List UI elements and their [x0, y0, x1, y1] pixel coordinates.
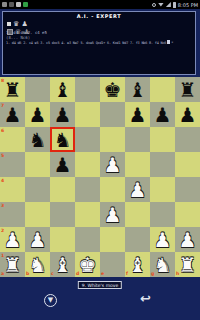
black-bishop: ♝ — [129, 80, 147, 100]
white-captured-pieces: ♛ ♟ — [13, 21, 28, 28]
square-c7[interactable]: ♟ — [50, 102, 75, 127]
wifi-icon — [158, 3, 164, 7]
square-f6[interactable] — [125, 127, 150, 152]
square-b6[interactable]: ♞ — [25, 127, 50, 152]
white-pawn: ♟ — [179, 230, 197, 250]
square-g7[interactable]: ♟ — [150, 102, 175, 127]
battery-icon — [173, 2, 176, 8]
game-info-panel: A.I. - EXPERT ♛ ♟ ♛ ♟ 1. d4 d6 2. c4 e5 … — [2, 11, 196, 75]
square-b5[interactable] — [25, 152, 50, 177]
rank-label-4: 4 — [1, 178, 4, 183]
square-f4[interactable]: ♟ — [125, 177, 150, 202]
white-pawn: ♟ — [104, 155, 122, 175]
square-h3[interactable] — [175, 202, 200, 227]
black-pawn: ♟ — [129, 105, 147, 125]
square-b7[interactable]: ♟ — [25, 102, 50, 127]
rank-label-1: 1 — [1, 253, 4, 258]
signal-icon — [166, 2, 171, 7]
white-bishop: ♝ — [129, 255, 147, 275]
pgn-result: * — [171, 41, 173, 45]
chess-board: ♜♝♚♝♜♟♟♟♟♟♟♞♞♟♟♟♟♟♟♟♟♜♞♝♚♝♞♜ 87654321abc… — [0, 77, 200, 277]
black-rook: ♜ — [179, 80, 197, 100]
square-e5[interactable]: ♟ — [100, 152, 125, 177]
white-knight: ♞ — [29, 255, 47, 275]
square-g5[interactable] — [150, 152, 175, 177]
undo-button[interactable]: ↩ — [140, 292, 151, 305]
move-list: 1. d4 d6 2. c4 e5 (8... Nc6) 1. d4 d6 2.… — [6, 31, 194, 45]
gallery-icon — [2, 2, 7, 7]
square-f1[interactable]: ♝ — [125, 252, 150, 277]
square-e2[interactable] — [100, 227, 125, 252]
black-pawn: ♟ — [29, 105, 47, 125]
square-h4[interactable] — [175, 177, 200, 202]
black-bishop: ♝ — [54, 80, 72, 100]
collapse-button[interactable]: ▼ — [44, 294, 57, 307]
android-status-bar: 8:05 PM — [0, 0, 200, 9]
black-rook: ♜ — [4, 80, 22, 100]
file-label-a: a — [1, 271, 4, 276]
file-label-b: b — [26, 271, 29, 276]
square-h7[interactable]: ♟ — [175, 102, 200, 127]
square-b3[interactable] — [25, 202, 50, 227]
square-e7[interactable] — [100, 102, 125, 127]
move-list-line-3: 1. d4 d6 2. c4 e5 3. c5 dxc5 4. e3 Ne7 5… — [6, 40, 194, 45]
black-knight: ♞ — [54, 130, 72, 150]
black-pawn: ♟ — [54, 105, 72, 125]
square-d6[interactable] — [75, 127, 100, 152]
black-pawn: ♟ — [54, 155, 72, 175]
rank-label-8: 8 — [1, 78, 4, 83]
square-h5[interactable] — [175, 152, 200, 177]
black-pawn: ♟ — [4, 105, 22, 125]
square-d2[interactable] — [75, 227, 100, 252]
white-pawn: ♟ — [129, 180, 147, 200]
alarm-icon — [152, 3, 156, 7]
file-label-h: h — [176, 271, 179, 276]
white-pawn: ♟ — [154, 230, 172, 250]
square-b8[interactable] — [25, 77, 50, 102]
file-label-e: e — [101, 271, 104, 276]
system-status-icons: 8:05 PM — [152, 2, 198, 8]
white-pawn: ♟ — [4, 230, 22, 250]
rank-label-7: 7 — [1, 103, 4, 108]
square-h2[interactable]: ♟ — [175, 227, 200, 252]
square-g8[interactable] — [150, 77, 175, 102]
square-c5[interactable]: ♟ — [50, 152, 75, 177]
playstore-icon — [23, 2, 28, 7]
text-cursor — [167, 40, 170, 44]
move-status-box: 9. White's move — [78, 281, 122, 289]
file-label-d: d — [76, 271, 79, 276]
rank-label-2: 2 — [1, 228, 4, 233]
square-h8[interactable]: ♜ — [175, 77, 200, 102]
square-f2[interactable] — [125, 227, 150, 252]
chess-app-screen: 8:05 PM A.I. - EXPERT ♛ ♟ ♛ ♟ 1. d4 d6 2… — [0, 0, 200, 320]
square-c8[interactable]: ♝ — [50, 77, 75, 102]
square-f7[interactable]: ♟ — [125, 102, 150, 127]
pgn-text: 1. d4 d6 2. c4 e5 3. c5 dxc5 4. e3 Ne7 5… — [6, 41, 166, 45]
square-b2[interactable]: ♟ — [25, 227, 50, 252]
black-pawn: ♟ — [179, 105, 197, 125]
chevron-down-icon: ▼ — [48, 297, 53, 304]
square-c6[interactable]: ♞ — [50, 127, 75, 152]
square-e3[interactable]: ♟ — [100, 202, 125, 227]
square-d8[interactable] — [75, 77, 100, 102]
square-e8[interactable]: ♚ — [100, 77, 125, 102]
chess-board-grid: ♜♝♚♝♜♟♟♟♟♟♟♞♞♟♟♟♟♟♟♟♟♜♞♝♚♝♞♜ — [0, 77, 200, 277]
white-rook: ♜ — [179, 255, 197, 275]
screenshot-icon — [16, 2, 21, 7]
undo-arrow-icon: ↩ — [140, 291, 151, 306]
square-e6[interactable] — [100, 127, 125, 152]
black-pawn: ♟ — [154, 105, 172, 125]
square-c2[interactable] — [50, 227, 75, 252]
square-g2[interactable]: ♟ — [150, 227, 175, 252]
square-e4[interactable] — [100, 177, 125, 202]
white-bishop: ♝ — [54, 255, 72, 275]
square-f3[interactable] — [125, 202, 150, 227]
clock-text: 8:05 PM — [178, 2, 198, 8]
white-rook: ♜ — [4, 255, 22, 275]
white-knight: ♞ — [154, 255, 172, 275]
square-f8[interactable]: ♝ — [125, 77, 150, 102]
white-pawn: ♟ — [104, 205, 122, 225]
rank-label-5: 5 — [1, 153, 4, 158]
square-d7[interactable] — [75, 102, 100, 127]
square-g4[interactable] — [150, 177, 175, 202]
square-h6[interactable] — [175, 127, 200, 152]
square-g3[interactable] — [150, 202, 175, 227]
download-icon — [9, 2, 14, 7]
notification-icons — [2, 2, 28, 7]
square-g6[interactable] — [150, 127, 175, 152]
square-d4[interactable] — [75, 177, 100, 202]
square-f5[interactable] — [125, 152, 150, 177]
file-label-f: f — [126, 271, 128, 276]
white-captured-row: ♛ ♟ — [7, 20, 30, 28]
square-c4[interactable] — [50, 177, 75, 202]
square-c3[interactable] — [50, 202, 75, 227]
square-b4[interactable] — [25, 177, 50, 202]
square-d3[interactable] — [75, 202, 100, 227]
game-mode-title: A.I. - EXPERT — [3, 13, 195, 19]
white-pawn: ♟ — [29, 230, 47, 250]
black-king: ♚ — [104, 80, 122, 100]
white-player-icon — [7, 22, 11, 26]
black-knight: ♞ — [29, 130, 47, 150]
square-d5[interactable] — [75, 152, 100, 177]
rank-label-6: 6 — [1, 128, 4, 133]
rank-label-3: 3 — [1, 203, 4, 208]
file-label-c: c — [51, 271, 54, 276]
file-label-g: g — [151, 271, 154, 276]
white-king: ♚ — [79, 255, 97, 275]
